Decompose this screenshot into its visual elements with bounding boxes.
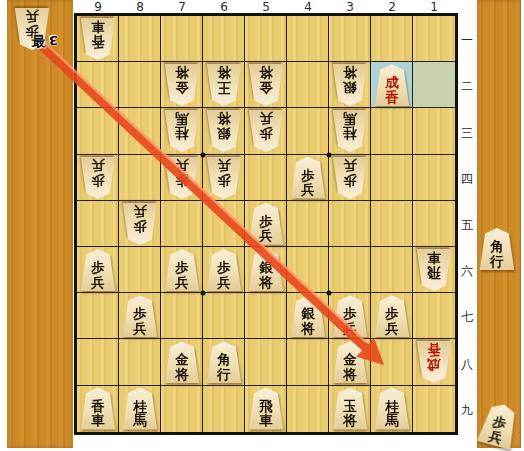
- square-1-7[interactable]: [413, 293, 455, 339]
- piece-kanji-top: 金: [343, 352, 357, 367]
- square-8-4[interactable]: [119, 155, 161, 201]
- rank-label-1: 一: [459, 32, 475, 49]
- koma-face: 銀将: [290, 295, 326, 337]
- piece-kanji-bottom: 兵: [91, 159, 105, 174]
- piece-kanji-bottom: 将: [343, 367, 357, 382]
- gote-hand-pawn-count: 3: [49, 33, 58, 48]
- piece-kanji-bottom: 馬: [133, 413, 147, 428]
- piece-sente-7-6[interactable]: 歩兵: [164, 249, 200, 291]
- piece-sente-4-4[interactable]: 歩兵: [290, 157, 326, 199]
- piece-gote-3-3[interactable]: 桂馬: [332, 110, 368, 152]
- piece-kanji-top: 桂: [343, 127, 357, 142]
- piece-kanji-bottom: 兵: [25, 10, 39, 25]
- piece-kanji-bottom: 兵: [175, 159, 189, 174]
- piece-kanji-top: 歩: [343, 306, 357, 321]
- square-1-3[interactable]: [413, 108, 455, 154]
- piece-kanji-bottom: 兵: [133, 205, 147, 220]
- piece-kanji-bottom: 将: [343, 413, 357, 428]
- square-5-1[interactable]: [245, 16, 287, 62]
- star-point: [327, 291, 332, 296]
- koma-face: 歩兵: [122, 295, 158, 337]
- piece-sente-8-9[interactable]: 桂馬: [122, 388, 158, 430]
- piece-gote-3-4[interactable]: 歩兵: [332, 157, 368, 199]
- piece-gote-9-4[interactable]: 歩兵: [80, 157, 116, 199]
- piece-kanji-top: 歩: [91, 173, 105, 188]
- file-label-4: 4: [287, 0, 329, 14]
- square-6-7[interactable]: [203, 293, 245, 339]
- square-7-5[interactable]: [161, 201, 203, 247]
- piece-gote-1-8[interactable]: 成香: [416, 341, 452, 383]
- square-1-5[interactable]: [413, 201, 455, 247]
- koma-face: 歩兵: [332, 295, 368, 337]
- piece-kanji-bottom: 将: [301, 321, 315, 336]
- koma-face: 歩兵: [290, 157, 326, 199]
- rank-label-8: 八: [459, 356, 475, 373]
- piece-kanji-top: 歩: [343, 173, 357, 188]
- piece-kanji-bottom: 兵: [488, 428, 505, 445]
- square-5-4[interactable]: [245, 155, 287, 201]
- piece-sente-2-7[interactable]: 歩兵: [374, 295, 410, 337]
- square-4-2[interactable]: [287, 62, 329, 108]
- square-2-3[interactable]: [371, 108, 413, 154]
- sente-hand-tray: [477, 0, 521, 448]
- square-3-5[interactable]: [329, 201, 371, 247]
- koma-face: 歩兵: [374, 295, 410, 337]
- piece-gote-5-2[interactable]: 金将: [248, 64, 284, 106]
- piece-gote-7-2[interactable]: 金将: [164, 64, 200, 106]
- file-label-5: 5: [245, 0, 287, 14]
- file-label-1: 1: [413, 0, 455, 14]
- piece-kanji-top: 銀: [217, 127, 231, 142]
- star-point: [327, 152, 332, 157]
- koma-face: 歩兵: [206, 249, 242, 291]
- star-point: [201, 291, 206, 296]
- rank-label-2: 二: [459, 78, 475, 95]
- square-3-1[interactable]: [329, 16, 371, 62]
- piece-sente-2-9[interactable]: 桂馬: [374, 388, 410, 430]
- piece-kanji-top: 銀: [343, 81, 357, 96]
- square-2-6[interactable]: [371, 247, 413, 293]
- koma-face: 金将: [332, 341, 368, 383]
- koma-face: 歩兵: [164, 249, 200, 291]
- piece-gote-3-2[interactable]: 銀将: [332, 64, 368, 106]
- square-9-8[interactable]: [77, 339, 119, 385]
- piece-kanji-bottom: 行: [490, 254, 504, 269]
- piece-kanji-top: 飛: [427, 266, 441, 281]
- piece-kanji-bottom: 馬: [385, 413, 399, 428]
- koma-face: 金将: [248, 64, 284, 106]
- piece-kanji-bottom: 将: [175, 66, 189, 81]
- piece-kanji-top: 角: [217, 352, 231, 367]
- square-1-4[interactable]: [413, 155, 455, 201]
- piece-kanji-bottom: 兵: [217, 159, 231, 174]
- koma-face: 金将: [164, 341, 200, 383]
- square-9-2[interactable]: [77, 62, 119, 108]
- file-label-6: 6: [203, 0, 245, 14]
- square-8-8[interactable]: [119, 339, 161, 385]
- hand-piece-sente-bishop[interactable]: 角行: [479, 228, 515, 270]
- koma-face: 桂馬: [164, 110, 200, 152]
- piece-kanji-bottom: 馬: [175, 112, 189, 127]
- rank-label-9: 九: [459, 402, 475, 419]
- file-label-2: 2: [371, 0, 413, 14]
- piece-gote-8-5[interactable]: 歩兵: [122, 203, 158, 245]
- piece-kanji-top: 金: [259, 81, 273, 96]
- piece-sente-9-6[interactable]: 歩兵: [80, 249, 116, 291]
- koma-face: 金将: [164, 64, 200, 106]
- koma-face: 銀将: [332, 64, 368, 106]
- square-7-1[interactable]: [161, 16, 203, 62]
- koma-face: 銀将: [248, 249, 284, 291]
- koma-face: 歩兵: [248, 203, 284, 245]
- piece-kanji-top: 香: [91, 399, 105, 414]
- koma-face: 歩兵: [80, 249, 116, 291]
- square-6-5[interactable]: [203, 201, 245, 247]
- piece-kanji-bottom: 車: [427, 251, 441, 266]
- square-7-9[interactable]: [161, 386, 203, 432]
- square-8-6[interactable]: [119, 247, 161, 293]
- square-9-7[interactable]: [77, 293, 119, 339]
- piece-kanji-bottom: 香: [385, 90, 399, 105]
- piece-kanji-top: 桂: [133, 399, 147, 414]
- koma-face: 歩兵: [80, 157, 116, 199]
- piece-kanji-top: 歩: [91, 260, 105, 275]
- square-9-5[interactable]: [77, 201, 119, 247]
- piece-sente-6-6[interactable]: 歩兵: [206, 249, 242, 291]
- square-4-6[interactable]: [287, 247, 329, 293]
- koma-face: 成香: [416, 341, 452, 383]
- piece-kanji-top: 玉: [343, 399, 357, 414]
- piece-kanji-bottom: 将: [343, 66, 357, 81]
- piece-kanji-top: 歩: [385, 306, 399, 321]
- piece-kanji-top: 歩: [175, 173, 189, 188]
- square-9-3[interactable]: [77, 108, 119, 154]
- piece-kanji-bottom: 兵: [91, 275, 105, 290]
- star-point: [201, 152, 206, 157]
- piece-kanji-bottom: 車: [91, 413, 105, 428]
- piece-kanji-top: 銀: [301, 306, 315, 321]
- square-4-8[interactable]: [287, 339, 329, 385]
- piece-sente-5-5[interactable]: 歩兵: [248, 203, 284, 245]
- koma-face: 歩兵: [206, 157, 242, 199]
- piece-kanji-bottom: 兵: [217, 275, 231, 290]
- piece-sente-3-8[interactable]: 金将: [332, 341, 368, 383]
- piece-sente-4-7[interactable]: 銀将: [290, 295, 326, 337]
- koma-face: 飛車: [248, 388, 284, 430]
- square-2-5[interactable]: [371, 201, 413, 247]
- gote-hand-tray: [7, 0, 73, 448]
- koma-face: 歩兵: [122, 203, 158, 245]
- best-move-label: 最: [32, 33, 46, 51]
- piece-kanji-top: 成: [427, 358, 441, 373]
- koma-face: 成香: [374, 64, 410, 106]
- file-label-9: 9: [77, 0, 119, 14]
- square-4-3[interactable]: [287, 108, 329, 154]
- piece-sente-3-7[interactable]: 歩兵: [332, 295, 368, 337]
- rank-label-3: 三: [459, 125, 475, 142]
- file-label-7: 7: [161, 0, 203, 14]
- piece-gote-9-1[interactable]: 香車: [80, 18, 116, 60]
- koma-face: 香車: [80, 18, 116, 60]
- square-3-6[interactable]: [329, 247, 371, 293]
- piece-kanji-bottom: 兵: [133, 321, 147, 336]
- koma-face: 歩兵: [248, 110, 284, 152]
- piece-kanji-top: 歩: [259, 127, 273, 142]
- piece-sente-7-8[interactable]: 金将: [164, 341, 200, 383]
- square-4-1[interactable]: [287, 16, 329, 62]
- piece-kanji-top: 香: [91, 35, 105, 50]
- piece-kanji-bottom: 将: [259, 275, 273, 290]
- piece-gote-6-3[interactable]: 銀将: [206, 110, 242, 152]
- piece-sente-5-6[interactable]: 銀将: [248, 249, 284, 291]
- shogi-board: 香車金将王将金将銀将桂馬銀将歩兵桂馬歩兵歩兵歩兵歩兵歩兵飛車成香成香歩兵歩兵歩兵…: [74, 13, 458, 435]
- piece-kanji-top: 金: [175, 81, 189, 96]
- square-7-7[interactable]: [161, 293, 203, 339]
- square-2-1[interactable]: [371, 16, 413, 62]
- square-8-3[interactable]: [119, 108, 161, 154]
- piece-gote-7-4[interactable]: 歩兵: [164, 157, 200, 199]
- piece-kanji-top: 飛: [259, 399, 273, 414]
- piece-sente-8-7[interactable]: 歩兵: [122, 295, 158, 337]
- piece-kanji-top: 角: [490, 239, 504, 254]
- rank-label-6: 六: [459, 263, 475, 280]
- piece-kanji-top: 歩: [175, 260, 189, 275]
- koma-face: 桂馬: [122, 388, 158, 430]
- piece-gote-6-4[interactable]: 歩兵: [206, 157, 242, 199]
- piece-gote-1-6[interactable]: 飛車: [416, 249, 452, 291]
- piece-kanji-top: 歩: [259, 214, 273, 229]
- square-8-2[interactable]: [119, 62, 161, 108]
- koma-face: 香車: [80, 388, 116, 430]
- piece-kanji-top: 歩: [217, 260, 231, 275]
- file-label-3: 3: [329, 0, 371, 14]
- piece-kanji-top: 歩: [301, 168, 315, 183]
- piece-kanji-bottom: 将: [217, 112, 231, 127]
- koma-face: 銀将: [206, 110, 242, 152]
- piece-kanji-bottom: 車: [259, 413, 273, 428]
- square-4-5[interactable]: [287, 201, 329, 247]
- piece-kanji-top: 銀: [259, 260, 273, 275]
- piece-kanji-top: 桂: [385, 399, 399, 414]
- piece-kanji-top: 歩: [217, 173, 231, 188]
- piece-kanji-bottom: 香: [427, 343, 441, 358]
- piece-kanji-bottom: 行: [217, 367, 231, 382]
- square-2-4[interactable]: [371, 155, 413, 201]
- piece-kanji-bottom: 兵: [175, 275, 189, 290]
- square-8-1[interactable]: [119, 16, 161, 62]
- rank-label-5: 五: [459, 217, 475, 234]
- piece-kanji-bottom: 将: [217, 66, 231, 81]
- piece-gote-5-3[interactable]: 歩兵: [248, 110, 284, 152]
- piece-kanji-bottom: 将: [175, 367, 189, 382]
- piece-kanji-top: 桂: [175, 127, 189, 142]
- square-1-9[interactable]: [413, 386, 455, 432]
- piece-kanji-bottom: 兵: [259, 228, 273, 243]
- piece-kanji-bottom: 兵: [343, 159, 357, 174]
- koma-face: 歩兵: [164, 157, 200, 199]
- koma-face: 歩兵: [332, 157, 368, 199]
- koma-face: 桂馬: [374, 388, 410, 430]
- square-1-2[interactable]: [413, 62, 455, 108]
- rank-label-7: 七: [459, 309, 475, 326]
- koma-face: 飛車: [416, 249, 452, 291]
- koma-face: 角行: [206, 341, 242, 383]
- piece-kanji-bottom: 兵: [301, 182, 315, 197]
- piece-kanji-bottom: 兵: [259, 112, 273, 127]
- file-label-8: 8: [119, 0, 161, 14]
- piece-kanji-bottom: 兵: [385, 321, 399, 336]
- piece-kanji-top: 王: [217, 81, 231, 96]
- square-5-8[interactable]: [245, 339, 287, 385]
- square-6-1[interactable]: [203, 16, 245, 62]
- piece-kanji-bottom: 車: [91, 20, 105, 35]
- rank-label-4: 四: [459, 171, 475, 188]
- koma-face: 桂馬: [332, 110, 368, 152]
- koma-face: 角行: [479, 228, 515, 270]
- piece-sente-2-2[interactable]: 成香: [374, 64, 410, 106]
- piece-kanji-top: 歩: [133, 306, 147, 321]
- piece-sente-6-8[interactable]: 角行: [206, 341, 242, 383]
- piece-sente-3-9[interactable]: 玉将: [332, 388, 368, 430]
- piece-kanji-bottom: 兵: [343, 321, 357, 336]
- shogi-app-window: { "game": "shogi", "position": { "sfen":…: [0, 0, 524, 451]
- koma-face: 玉将: [332, 388, 368, 430]
- square-4-9[interactable]: [287, 386, 329, 432]
- piece-kanji-top: 成: [385, 75, 399, 90]
- piece-gote-6-2[interactable]: 王将: [206, 64, 242, 106]
- square-1-1[interactable]: [413, 16, 455, 62]
- piece-kanji-bottom: 馬: [343, 112, 357, 127]
- square-6-9[interactable]: [203, 386, 245, 432]
- square-2-8[interactable]: [371, 339, 413, 385]
- square-5-7[interactable]: [245, 293, 287, 339]
- piece-kanji-top: 歩: [133, 219, 147, 234]
- piece-sente-5-9[interactable]: 飛車: [248, 388, 284, 430]
- piece-gote-7-3[interactable]: 桂馬: [164, 110, 200, 152]
- koma-face: 王将: [206, 64, 242, 106]
- piece-kanji-top: 金: [175, 352, 189, 367]
- piece-kanji-bottom: 将: [259, 66, 273, 81]
- piece-sente-9-9[interactable]: 香車: [80, 388, 116, 430]
